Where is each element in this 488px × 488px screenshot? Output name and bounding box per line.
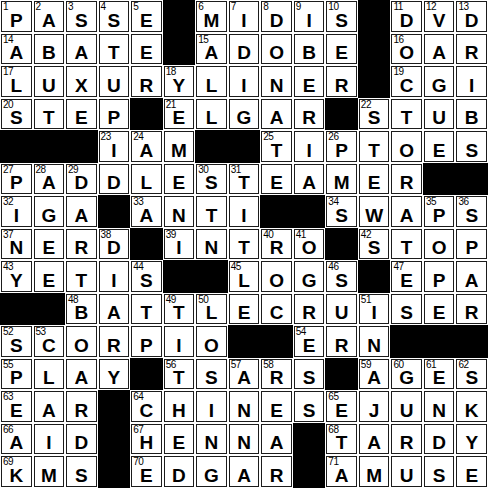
grid-cell-r8c2[interactable]: E	[34, 229, 65, 260]
grid-cell-r1c1[interactable]: 1P	[1, 1, 32, 32]
grid-cell-r15c2[interactable]: M	[34, 456, 65, 487]
grid-cell-r2c11[interactable]: E	[326, 34, 357, 65]
grid-cell-r3c7[interactable]: L	[196, 66, 227, 97]
grid-cell-r13c11[interactable]: 65E	[326, 391, 357, 422]
grid-cell-r8c7[interactable]: N	[196, 229, 227, 260]
cell-letter: R	[327, 76, 356, 95]
grid-cell-r9c10[interactable]: G	[294, 261, 325, 292]
grid-cell-r4c14[interactable]: U	[424, 99, 455, 130]
cell-letter: R	[67, 401, 96, 420]
grid-cell-r6c3[interactable]: 29D	[66, 164, 97, 195]
grid-cell-r5c13[interactable]: O	[391, 131, 422, 162]
grid-cell-r3c14[interactable]: G	[424, 66, 455, 97]
cell-letter: W	[360, 206, 389, 225]
cell-letter: N	[197, 238, 226, 257]
cell-letter: L	[197, 76, 226, 95]
grid-cell-r3c15[interactable]: I	[456, 66, 487, 97]
grid-cell-r6c7[interactable]: 30S	[196, 164, 227, 195]
grid-cell-r1c3[interactable]: 3S	[66, 1, 97, 32]
cell-letter: X	[67, 76, 96, 95]
cell-letter: I	[230, 76, 259, 95]
grid-cell-r15c3[interactable]: S	[66, 456, 97, 487]
cell-letter: S	[457, 141, 486, 160]
grid-cell-r13c8[interactable]: N	[229, 391, 260, 422]
cell-letter: T	[230, 238, 259, 257]
cell-letter: A	[67, 206, 96, 225]
cell-letter: O	[295, 238, 324, 257]
grid-cell-r11c1[interactable]: 52S	[1, 326, 32, 357]
grid-cell-r14c6[interactable]: E	[164, 424, 195, 455]
grid-cell-r11c11[interactable]: R	[326, 326, 357, 357]
cell-letter: I	[295, 141, 324, 160]
grid-cell-r6c13[interactable]: R	[391, 164, 422, 195]
cell-letter: S	[197, 173, 226, 192]
cell-letter: U	[425, 108, 454, 127]
cell-letter: E	[457, 466, 486, 485]
grid-cell-r2c10[interactable]: B	[294, 34, 325, 65]
cell-letter: Y	[2, 271, 31, 290]
cell-letter: E	[35, 238, 64, 257]
grid-cell-r11c12[interactable]: N	[359, 326, 390, 357]
cell-letter: S	[360, 238, 389, 257]
grid-cell-r15c1[interactable]: 69K	[1, 456, 32, 487]
grid-cell-r1c8[interactable]: 7I	[229, 1, 260, 32]
cell-letter: O	[197, 336, 226, 355]
grid-cell-r2c9[interactable]: O	[261, 34, 292, 65]
grid-cell-r7c11[interactable]: 34S	[326, 196, 357, 227]
grid-cell-r11c3[interactable]: O	[66, 326, 97, 357]
grid-cell-r11c5[interactable]: P	[131, 326, 162, 357]
grid-cell-r5c15[interactable]: S	[456, 131, 487, 162]
grid-cell-r8c13[interactable]: T	[391, 229, 422, 260]
grid-cell-r3c5[interactable]: R	[131, 66, 162, 97]
grid-cell-r4c10[interactable]: R	[294, 99, 325, 130]
grid-cell-r7c2[interactable]: G	[34, 196, 65, 227]
grid-cell-r3c3[interactable]: X	[66, 66, 97, 97]
cell-letter: K	[457, 401, 486, 420]
cell-letter: D	[457, 11, 486, 30]
grid-cell-r10c3[interactable]: 48B	[66, 294, 97, 325]
grid-cell-r3c2[interactable]: U	[34, 66, 65, 97]
cell-letter: Y	[165, 76, 194, 95]
cell-letter: L	[197, 303, 226, 322]
grid-cell-r10c13[interactable]: S	[391, 294, 422, 325]
cell-letter: E	[165, 173, 194, 192]
grid-cell-r12c13[interactable]: 60G	[391, 359, 422, 390]
black-square	[98, 455, 131, 488]
grid-cell-r9c1[interactable]: 43Y	[1, 261, 32, 292]
grid-cell-r11c6[interactable]: I	[164, 326, 195, 357]
grid-cell-r7c6[interactable]: N	[164, 196, 195, 227]
grid-cell-r5c5[interactable]: 24A	[131, 131, 162, 162]
black-square	[293, 195, 326, 228]
cell-letter: I	[165, 336, 194, 355]
cell-letter: A	[295, 173, 324, 192]
grid-cell-r13c14[interactable]: N	[424, 391, 455, 422]
grid-cell-r3c4[interactable]: U	[99, 66, 130, 97]
cell-letter: A	[35, 173, 64, 192]
grid-cell-r15c12[interactable]: M	[359, 456, 390, 487]
grid-cell-r8c14[interactable]: O	[424, 229, 455, 260]
black-square	[195, 130, 228, 163]
grid-cell-r12c1[interactable]: 55P	[1, 359, 32, 390]
grid-cell-r7c5[interactable]: 33A	[131, 196, 162, 227]
grid-cell-r14c2[interactable]: I	[34, 424, 65, 455]
grid-cell-r7c12[interactable]: W	[359, 196, 390, 227]
cell-letter: E	[165, 108, 194, 127]
cell-letter: E	[425, 368, 454, 387]
cell-letter: S	[327, 206, 356, 225]
cell-letter: A	[392, 206, 421, 225]
grid-cell-r5c14[interactable]: E	[424, 131, 455, 162]
grid-cell-r5c11[interactable]: 26P	[326, 131, 357, 162]
black-square	[98, 195, 131, 228]
cell-letter: R	[327, 336, 356, 355]
grid-cell-r8c3[interactable]: R	[66, 229, 97, 260]
grid-cell-r13c9[interactable]: E	[261, 391, 292, 422]
cell-letter: E	[295, 76, 324, 95]
grid-cell-r11c7[interactable]: O	[196, 326, 227, 357]
grid-cell-r15c6[interactable]: D	[164, 456, 195, 487]
cell-letter: T	[100, 43, 129, 62]
grid-cell-r6c1[interactable]: 27P	[1, 164, 32, 195]
grid-cell-r4c2[interactable]: T	[34, 99, 65, 130]
grid-cell-r9c5[interactable]: 44S	[131, 261, 162, 292]
grid-cell-r14c3[interactable]: D	[66, 424, 97, 455]
grid-cell-r2c3[interactable]: A	[66, 34, 97, 65]
grid-cell-r10c6[interactable]: 49T	[164, 294, 195, 325]
grid-cell-r10c4[interactable]: A	[99, 294, 130, 325]
cell-letter: N	[165, 206, 194, 225]
grid-cell-r4c6[interactable]: 21E	[164, 99, 195, 130]
cell-letter: I	[100, 141, 129, 160]
grid-cell-r15c8[interactable]: A	[229, 456, 260, 487]
grid-cell-r12c14[interactable]: 61E	[424, 359, 455, 390]
grid-cell-r1c9[interactable]: 8D	[261, 1, 292, 32]
grid-cell-r13c7[interactable]: I	[196, 391, 227, 422]
grid-cell-r6c6[interactable]: E	[164, 164, 195, 195]
grid-cell-r15c5[interactable]: 70E	[131, 456, 162, 487]
cell-letter: U	[392, 401, 421, 420]
cell-letter: O	[425, 238, 454, 257]
grid-cell-r13c15[interactable]: K	[456, 391, 487, 422]
grid-cell-r9c2[interactable]: E	[34, 261, 65, 292]
grid-cell-r14c9[interactable]: A	[261, 424, 292, 455]
grid-cell-r1c7[interactable]: 6M	[196, 1, 227, 32]
cell-letter: E	[425, 303, 454, 322]
grid-cell-r9c8[interactable]: 45L	[229, 261, 260, 292]
grid-cell-r10c12[interactable]: 51I	[359, 294, 390, 325]
grid-cell-r14c8[interactable]: N	[229, 424, 260, 455]
black-square	[33, 293, 66, 326]
black-square	[228, 325, 261, 358]
grid-cell-r6c9[interactable]: E	[261, 164, 292, 195]
grid-cell-r4c7[interactable]: L	[196, 99, 227, 130]
grid-cell-r3c1[interactable]: 17L	[1, 66, 32, 97]
grid-cell-r10c8[interactable]: E	[229, 294, 260, 325]
cell-letter: I	[165, 238, 194, 257]
grid-cell-r4c13[interactable]: T	[391, 99, 422, 130]
cell-letter: C	[132, 401, 161, 420]
cell-letter: L	[230, 271, 259, 290]
cell-letter: E	[360, 173, 389, 192]
grid-cell-r13c1[interactable]: 63E	[1, 391, 32, 422]
cell-letter: R	[132, 76, 161, 95]
cell-letter: R	[457, 303, 486, 322]
grid-cell-r14c12[interactable]: A	[359, 424, 390, 455]
grid-cell-r13c5[interactable]: 64C	[131, 391, 162, 422]
cell-letter: D	[165, 466, 194, 485]
grid-cell-r9c4[interactable]: I	[99, 261, 130, 292]
grid-cell-r6c12[interactable]: E	[359, 164, 390, 195]
grid-cell-r14c7[interactable]: N	[196, 424, 227, 455]
grid-cell-r12c2[interactable]: L	[34, 359, 65, 390]
grid-cell-r14c14[interactable]: D	[424, 424, 455, 455]
cell-letter: L	[197, 108, 226, 127]
grid-cell-r4c15[interactable]: B	[456, 99, 487, 130]
grid-cell-r8c1[interactable]: 37N	[1, 229, 32, 260]
black-square	[260, 195, 293, 228]
cell-letter: K	[2, 466, 31, 485]
cell-letter: D	[100, 173, 129, 192]
cell-letter: G	[425, 76, 454, 95]
grid-cell-r7c1[interactable]: 32I	[1, 196, 32, 227]
grid-cell-r5c12[interactable]: T	[359, 131, 390, 162]
grid-cell-r7c15[interactable]: 36S	[456, 196, 487, 227]
grid-cell-r12c15[interactable]: 62S	[456, 359, 487, 390]
cell-letter: D	[392, 11, 421, 30]
cell-letter: A	[2, 43, 31, 62]
cell-letter: N	[230, 433, 259, 452]
grid-cell-r10c14[interactable]: E	[424, 294, 455, 325]
grid-cell-r4c12[interactable]: 22S	[359, 99, 390, 130]
grid-cell-r3c9[interactable]: N	[261, 66, 292, 97]
grid-cell-r15c13[interactable]: U	[391, 456, 422, 487]
cell-letter: Y	[457, 433, 486, 452]
cell-letter: L	[35, 368, 64, 387]
cell-letter: G	[295, 271, 324, 290]
cell-letter: L	[2, 76, 31, 95]
cell-letter: R	[262, 466, 291, 485]
grid-cell-r3c13[interactable]: 19C	[391, 66, 422, 97]
grid-cell-r14c5[interactable]: 67H	[131, 424, 162, 455]
black-square	[163, 0, 196, 33]
cell-letter: S	[132, 271, 161, 290]
grid-cell-r1c5[interactable]: 5E	[131, 1, 162, 32]
grid-cell-r14c11[interactable]: 68T	[326, 424, 357, 455]
grid-cell-r10c15[interactable]: R	[456, 294, 487, 325]
grid-cell-r6c11[interactable]: M	[326, 164, 357, 195]
grid-cell-r9c13[interactable]: 47E	[391, 261, 422, 292]
grid-cell-r4c9[interactable]: A	[261, 99, 292, 130]
grid-cell-r11c10[interactable]: 54E	[294, 326, 325, 357]
grid-cell-r9c14[interactable]: P	[424, 261, 455, 292]
cell-letter: E	[132, 466, 161, 485]
grid-cell-r2c2[interactable]: B	[34, 34, 65, 65]
grid-cell-r15c7[interactable]: G	[196, 456, 227, 487]
cell-letter: D	[230, 43, 259, 62]
grid-cell-r8c15[interactable]: P	[456, 229, 487, 260]
grid-cell-r8c4[interactable]: 38D	[99, 229, 130, 260]
grid-cell-r2c5[interactable]: E	[131, 34, 162, 65]
grid-cell-r1c10[interactable]: 9I	[294, 1, 325, 32]
grid-cell-r11c4[interactable]: R	[99, 326, 130, 357]
grid-cell-r4c1[interactable]: 20S	[1, 99, 32, 130]
grid-cell-r9c15[interactable]: A	[456, 261, 487, 292]
cell-letter: O	[67, 336, 96, 355]
grid-cell-r7c7[interactable]: T	[196, 196, 227, 227]
cell-letter: A	[262, 433, 291, 452]
grid-cell-r6c2[interactable]: 28A	[34, 164, 65, 195]
grid-cell-r1c15[interactable]: 13D	[456, 1, 487, 32]
grid-cell-r10c9[interactable]: C	[261, 294, 292, 325]
black-square	[0, 293, 33, 326]
grid-cell-r14c13[interactable]: R	[391, 424, 422, 455]
cell-letter: A	[457, 271, 486, 290]
grid-cell-r8c10[interactable]: 41O	[294, 229, 325, 260]
cell-letter: R	[392, 173, 421, 192]
black-square	[228, 130, 261, 163]
grid-cell-r10c10[interactable]: R	[294, 294, 325, 325]
grid-cell-r12c3[interactable]: A	[66, 359, 97, 390]
grid-cell-r7c13[interactable]: A	[391, 196, 422, 227]
grid-cell-r2c13[interactable]: 16O	[391, 34, 422, 65]
cell-letter: R	[295, 108, 324, 127]
cell-letter: S	[392, 303, 421, 322]
cell-letter: I	[230, 11, 259, 30]
black-square	[65, 130, 98, 163]
cell-letter: A	[360, 433, 389, 452]
cell-letter: H	[165, 401, 194, 420]
grid-cell-r10c5[interactable]: T	[131, 294, 162, 325]
grid-cell-r3c6[interactable]: 18Y	[164, 66, 195, 97]
grid-cell-r12c12[interactable]: 59A	[359, 359, 390, 390]
cell-letter: P	[132, 336, 161, 355]
grid-cell-r9c11[interactable]: 46S	[326, 261, 357, 292]
grid-cell-r8c8[interactable]: T	[229, 229, 260, 260]
black-square	[455, 325, 488, 358]
grid-cell-r15c9[interactable]: R	[261, 456, 292, 487]
grid-cell-r12c4[interactable]: Y	[99, 359, 130, 390]
grid-cell-r8c9[interactable]: 40R	[261, 229, 292, 260]
black-square	[358, 65, 391, 98]
black-square	[390, 325, 423, 358]
grid-cell-r7c14[interactable]: 35P	[424, 196, 455, 227]
cell-letter: L	[132, 173, 161, 192]
grid-cell-r12c10[interactable]: S	[294, 359, 325, 390]
grid-cell-r1c4[interactable]: 4S	[99, 1, 130, 32]
grid-cell-r12c8[interactable]: 57A	[229, 359, 260, 390]
grid-cell-r15c11[interactable]: 71A	[326, 456, 357, 487]
grid-cell-r8c6[interactable]: 39I	[164, 229, 195, 260]
cell-letter: A	[132, 141, 161, 160]
grid-cell-r1c13[interactable]: 11D	[391, 1, 422, 32]
black-square	[358, 33, 391, 66]
cell-letter: S	[67, 11, 96, 30]
grid-cell-r15c14[interactable]: S	[424, 456, 455, 487]
grid-cell-r13c2[interactable]: A	[34, 391, 65, 422]
cell-letter: E	[295, 336, 324, 355]
grid-cell-r13c10[interactable]: S	[294, 391, 325, 422]
grid-cell-r8c12[interactable]: 42S	[359, 229, 390, 260]
grid-cell-r10c11[interactable]: U	[326, 294, 357, 325]
grid-cell-r2c8[interactable]: D	[229, 34, 260, 65]
grid-cell-r9c9[interactable]: O	[261, 261, 292, 292]
grid-cell-r2c1[interactable]: 14A	[1, 34, 32, 65]
grid-cell-r3c8[interactable]: I	[229, 66, 260, 97]
grid-cell-r2c7[interactable]: 15A	[196, 34, 227, 65]
grid-cell-r13c3[interactable]: R	[66, 391, 97, 422]
grid-cell-r3c11[interactable]: R	[326, 66, 357, 97]
cell-letter: T	[165, 303, 194, 322]
cell-letter: D	[100, 238, 129, 257]
black-square	[130, 228, 163, 261]
grid-cell-r11c2[interactable]: 53C	[34, 326, 65, 357]
grid-cell-r15c15[interactable]: E	[456, 456, 487, 487]
grid-cell-r9c3[interactable]: T	[66, 261, 97, 292]
cell-letter: T	[230, 173, 259, 192]
grid-cell-r6c10[interactable]: A	[294, 164, 325, 195]
cell-letter: M	[35, 466, 64, 485]
grid-cell-r2c15[interactable]: R	[456, 34, 487, 65]
grid-cell-r12c9[interactable]: 58R	[261, 359, 292, 390]
grid-cell-r2c4[interactable]: T	[99, 34, 130, 65]
cell-letter: P	[2, 11, 31, 30]
cell-letter: D	[262, 11, 291, 30]
black-square	[325, 358, 358, 391]
grid-cell-r3c10[interactable]: E	[294, 66, 325, 97]
cell-letter: B	[35, 43, 64, 62]
grid-cell-r6c5[interactable]: L	[131, 164, 162, 195]
cell-letter: E	[262, 401, 291, 420]
cell-letter: D	[425, 433, 454, 452]
black-square	[130, 358, 163, 391]
cell-letter: S	[425, 466, 454, 485]
grid-cell-r5c9[interactable]: 25T	[261, 131, 292, 162]
grid-cell-r7c8[interactable]: I	[229, 196, 260, 227]
grid-cell-r5c10[interactable]: I	[294, 131, 325, 162]
grid-cell-r13c13[interactable]: U	[391, 391, 422, 422]
grid-cell-r4c4[interactable]: P	[99, 99, 130, 130]
grid-cell-r14c15[interactable]: Y	[456, 424, 487, 455]
grid-cell-r13c12[interactable]: J	[359, 391, 390, 422]
black-square	[293, 455, 326, 488]
grid-cell-r12c6[interactable]: 56T	[164, 359, 195, 390]
cell-letter: S	[327, 271, 356, 290]
grid-cell-r1c2[interactable]: 2A	[34, 1, 65, 32]
grid-cell-r2c14[interactable]: A	[424, 34, 455, 65]
cell-letter: P	[457, 238, 486, 257]
grid-cell-r13c6[interactable]: H	[164, 391, 195, 422]
grid-cell-r6c8[interactable]: 31T	[229, 164, 260, 195]
grid-cell-r7c3[interactable]: A	[66, 196, 97, 227]
grid-cell-r4c8[interactable]: G	[229, 99, 260, 130]
grid-cell-r4c3[interactable]: E	[66, 99, 97, 130]
cell-letter: E	[2, 401, 31, 420]
grid-cell-r5c6[interactable]: M	[164, 131, 195, 162]
cell-letter: A	[262, 108, 291, 127]
grid-cell-r1c11[interactable]: 10S	[326, 1, 357, 32]
cell-letter: C	[262, 303, 291, 322]
grid-cell-r5c4[interactable]: 23I	[99, 131, 130, 162]
grid-cell-r6c4[interactable]: D	[99, 164, 130, 195]
grid-cell-r10c7[interactable]: 50L	[196, 294, 227, 325]
black-square	[130, 98, 163, 131]
grid-cell-r12c7[interactable]: S	[196, 359, 227, 390]
cell-letter: M	[327, 173, 356, 192]
grid-cell-r14c1[interactable]: 66A	[1, 424, 32, 455]
grid-cell-r1c14[interactable]: 12V	[424, 1, 455, 32]
